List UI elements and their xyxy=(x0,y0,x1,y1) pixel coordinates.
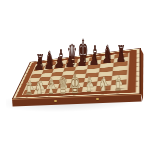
pawn-glyph: ♟ xyxy=(109,49,132,64)
pieces-layer: ♜♞♝♛♚♝♞♜♟♟♟♟♟♟♟♟♟♟♟♟♟♟♟♟♜♞♝♛♚♝♞♜ xyxy=(0,0,152,152)
chess-set-photo: aabbccddeeffgghh8877665544332211 ♜♞♝♛♚♝♞… xyxy=(0,0,152,152)
rook-glyph: ♜ xyxy=(109,78,127,93)
